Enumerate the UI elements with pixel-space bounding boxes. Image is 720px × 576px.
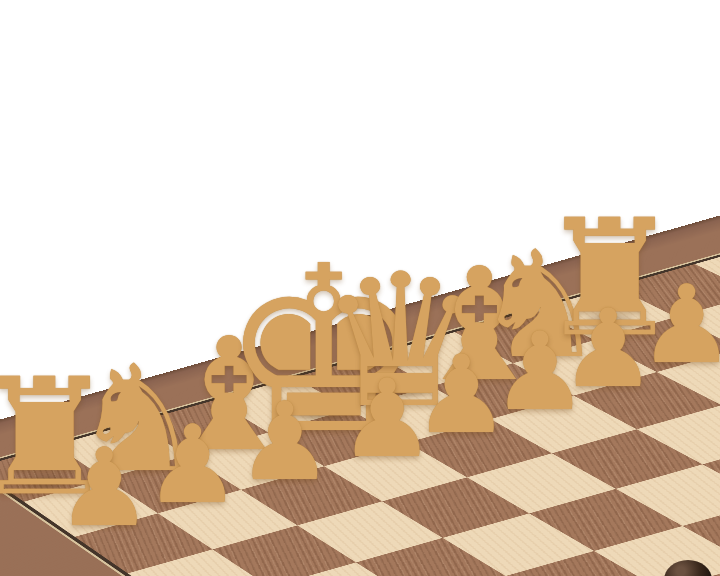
board-grid xyxy=(0,193,720,576)
chess-set-photo: ♜♞♝♚♛♝♞♜♟♟♟♟♟♟♟♟ xyxy=(0,0,720,576)
chess-board xyxy=(0,143,720,576)
